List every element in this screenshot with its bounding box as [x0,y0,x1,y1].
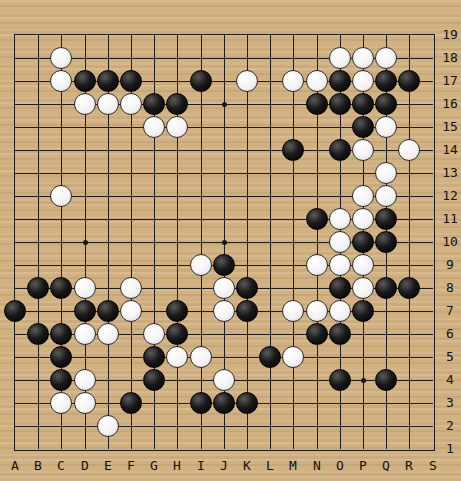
stone-black-J3 [213,392,235,414]
grid-line-horizontal [15,173,433,174]
column-label-F: F [120,459,142,473]
stone-white-C3 [50,392,72,414]
stone-black-R8 [398,277,420,299]
row-label-6: 6 [439,327,461,341]
row-label-2: 2 [439,419,461,433]
column-label-N: N [306,459,328,473]
stone-black-H16 [166,93,188,115]
stone-black-I17 [190,70,212,92]
stone-white-G6 [143,323,165,345]
stone-white-D6 [74,323,96,345]
stone-black-Q16 [375,93,397,115]
stone-black-G5 [143,346,165,368]
stone-white-H5 [166,346,188,368]
stone-white-D4 [74,369,96,391]
stone-white-P14 [352,139,374,161]
stone-black-K8 [236,277,258,299]
stone-white-M7 [282,300,304,322]
stone-white-N9 [306,254,328,276]
column-label-I: I [190,459,212,473]
stone-white-O18 [329,47,351,69]
column-label-Q: Q [375,459,397,473]
row-label-5: 5 [439,350,461,364]
star-point-P4 [361,378,366,383]
stone-white-G15 [143,116,165,138]
stone-black-Q8 [375,277,397,299]
star-point-J10 [222,240,227,245]
row-label-16: 16 [439,97,461,111]
row-label-10: 10 [439,235,461,249]
stone-black-K7 [236,300,258,322]
stone-white-E6 [97,323,119,345]
stone-black-A7 [4,300,26,322]
stone-white-N7 [306,300,328,322]
row-label-8: 8 [439,281,461,295]
column-label-L: L [259,459,281,473]
stone-black-F3 [120,392,142,414]
stone-black-J9 [213,254,235,276]
stone-black-Q4 [375,369,397,391]
stone-white-P12 [352,185,374,207]
stone-black-D17 [74,70,96,92]
stone-white-O7 [329,300,351,322]
column-label-G: G [143,459,165,473]
stone-black-B8 [27,277,49,299]
stone-black-C6 [50,323,72,345]
row-label-7: 7 [439,304,461,318]
stone-white-Q15 [375,116,397,138]
row-label-11: 11 [439,212,461,226]
stone-white-O9 [329,254,351,276]
stone-white-K17 [236,70,258,92]
stone-white-P17 [352,70,374,92]
column-label-R: R [398,459,420,473]
stone-black-Q17 [375,70,397,92]
row-label-9: 9 [439,258,461,272]
stone-white-P11 [352,208,374,230]
stone-black-P7 [352,300,374,322]
stone-white-J4 [213,369,235,391]
stone-black-N11 [306,208,328,230]
go-board-diagram: ABCDEFGHIJKLMNOPQRS 19181716151413121110… [0,0,461,481]
stone-black-C4 [50,369,72,391]
stone-black-F17 [120,70,142,92]
stone-black-Q11 [375,208,397,230]
stone-black-D7 [74,300,96,322]
column-label-B: B [27,459,49,473]
stone-black-Q10 [375,231,397,253]
stone-black-H7 [166,300,188,322]
star-point-J16 [222,102,227,107]
stone-white-Q18 [375,47,397,69]
stone-black-P10 [352,231,374,253]
column-label-D: D [74,459,96,473]
stone-black-G16 [143,93,165,115]
stone-white-E16 [97,93,119,115]
stone-white-N17 [306,70,328,92]
stone-white-Q12 [375,185,397,207]
stone-black-K3 [236,392,258,414]
column-label-E: E [97,459,119,473]
stone-white-F7 [120,300,142,322]
stone-white-P8 [352,277,374,299]
stone-black-O17 [329,70,351,92]
stone-white-P9 [352,254,374,276]
stone-black-O16 [329,93,351,115]
stone-white-F16 [120,93,142,115]
row-label-14: 14 [439,143,461,157]
column-label-J: J [213,459,235,473]
stone-black-L5 [259,346,281,368]
star-point-D10 [83,240,88,245]
stone-black-E17 [97,70,119,92]
column-label-M: M [282,459,304,473]
stone-white-J8 [213,277,235,299]
stone-white-F8 [120,277,142,299]
stone-white-J7 [213,300,235,322]
row-label-17: 17 [439,74,461,88]
stone-black-C8 [50,277,72,299]
column-label-A: A [4,459,26,473]
stone-black-H6 [166,323,188,345]
stone-black-O14 [329,139,351,161]
stone-black-I3 [190,392,212,414]
stone-black-O8 [329,277,351,299]
stone-black-M14 [282,139,304,161]
stone-white-C12 [50,185,72,207]
column-label-P: P [352,459,374,473]
stone-black-O4 [329,369,351,391]
row-label-13: 13 [439,166,461,180]
stone-black-N6 [306,323,328,345]
stone-white-H15 [166,116,188,138]
column-label-O: O [329,459,351,473]
stone-white-C18 [50,47,72,69]
stone-white-O10 [329,231,351,253]
stone-white-C17 [50,70,72,92]
stone-black-P15 [352,116,374,138]
stone-white-O11 [329,208,351,230]
column-label-H: H [166,459,188,473]
stone-white-M17 [282,70,304,92]
grid-line-horizontal [15,357,433,358]
grid-line-horizontal [15,426,433,427]
stone-white-R14 [398,139,420,161]
stone-white-D3 [74,392,96,414]
stone-black-C5 [50,346,72,368]
row-label-12: 12 [439,189,461,203]
stone-white-I5 [190,346,212,368]
row-label-3: 3 [439,396,461,410]
stone-white-D8 [74,277,96,299]
stone-white-Q13 [375,162,397,184]
stone-black-N16 [306,93,328,115]
go-board[interactable]: ABCDEFGHIJKLMNOPQRS 19181716151413121110… [0,0,461,481]
row-label-19: 19 [439,28,461,42]
stone-white-D16 [74,93,96,115]
stone-white-M5 [282,346,304,368]
stone-black-E7 [97,300,119,322]
stone-black-O6 [329,323,351,345]
stone-black-G4 [143,369,165,391]
stone-white-I9 [190,254,212,276]
row-label-15: 15 [439,120,461,134]
stone-white-E2 [97,415,119,437]
stone-white-P18 [352,47,374,69]
stone-black-P16 [352,93,374,115]
stone-black-R17 [398,70,420,92]
column-label-C: C [50,459,72,473]
stone-black-B6 [27,323,49,345]
row-label-1: 1 [439,442,461,456]
row-label-4: 4 [439,373,461,387]
column-label-S: S [422,459,444,473]
row-label-18: 18 [439,51,461,65]
column-label-K: K [236,459,258,473]
